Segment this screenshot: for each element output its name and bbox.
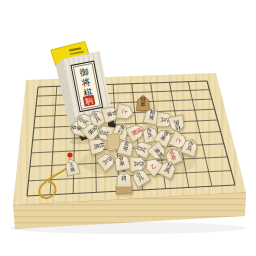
strap-bead — [67, 152, 72, 157]
svg-text:歩兵: 歩兵 — [134, 161, 146, 167]
shogi-piece — [107, 133, 120, 151]
svg-text:王将: 王将 — [120, 169, 127, 181]
svg-text:と: と — [121, 108, 129, 115]
svg-text:飛車: 飛車 — [140, 96, 146, 108]
shogi-set-photo: 御将棋 駒 香車歩兵歩兵香車と飛車銀将歩兵桂馬金将歩兵角行成銀歩兵香車と歩兵桂馬… — [0, 0, 256, 256]
scene: 御将棋 駒 香車歩兵歩兵香車と飛車銀将歩兵桂馬金将歩兵角行成銀歩兵香車と歩兵桂馬… — [0, 0, 256, 256]
